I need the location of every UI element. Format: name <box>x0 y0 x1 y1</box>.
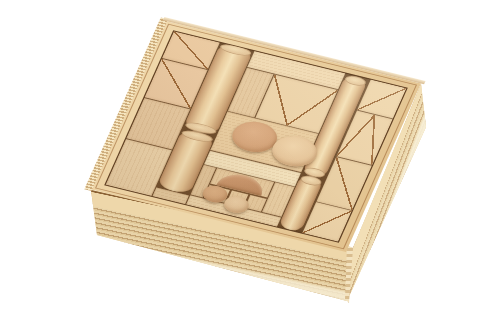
cylinder-end-cap <box>343 74 367 87</box>
cylinder-end-cap <box>219 42 253 58</box>
left-square-block-2 <box>106 139 172 196</box>
wooden-blocks-box-photo <box>0 0 500 309</box>
